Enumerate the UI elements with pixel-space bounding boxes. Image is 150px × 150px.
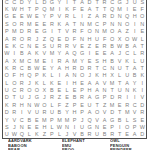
grid-cell: Z bbox=[63, 101, 71, 108]
grid-cell: J bbox=[26, 94, 34, 101]
grid-cell: A bbox=[86, 94, 94, 101]
word-search-board: CCDYLDGYITADTRCGJUSKWHTPQMIKFEATTQMIEFGE… bbox=[2, 0, 147, 139]
grid-cell: O bbox=[41, 101, 49, 108]
grid-cell: H bbox=[18, 72, 26, 79]
grid-cell: B bbox=[26, 64, 34, 71]
word-list-item: REINDEER bbox=[110, 147, 150, 150]
grid-cell: O bbox=[123, 35, 131, 42]
grid-cell: M bbox=[86, 20, 94, 27]
grid-cell: D bbox=[63, 35, 71, 42]
grid-cell: V bbox=[116, 57, 124, 64]
grid-cell: M bbox=[18, 57, 26, 64]
grid-cell: A bbox=[63, 50, 71, 57]
grid-cell: M bbox=[116, 5, 124, 12]
grid-cell: B bbox=[108, 57, 116, 64]
grid-cell: P bbox=[131, 123, 139, 130]
grid-cell: E bbox=[41, 64, 49, 71]
grid-cell: N bbox=[93, 123, 101, 130]
grid-cell: Y bbox=[131, 79, 139, 86]
grid-cell: W bbox=[116, 42, 124, 49]
grid-cell: K bbox=[3, 5, 11, 12]
grid-cell: R bbox=[56, 57, 64, 64]
grid-cell: M bbox=[101, 27, 109, 34]
grid-cell: R bbox=[41, 109, 49, 116]
grid-cell: T bbox=[123, 64, 131, 71]
grid-cell: K bbox=[138, 72, 146, 79]
grid-cell: N bbox=[116, 20, 124, 27]
grid-cell: F bbox=[138, 5, 146, 12]
grid-cell: L bbox=[3, 79, 11, 86]
grid-cell: Q bbox=[26, 72, 34, 79]
grid-cell: C bbox=[18, 42, 26, 49]
grid-cell: W bbox=[11, 131, 19, 138]
grid-cell: I bbox=[131, 94, 139, 101]
grid-cell: Z bbox=[86, 13, 94, 20]
grid-cell: E bbox=[41, 20, 49, 27]
grid-cell: A bbox=[63, 72, 71, 79]
grid-cell: U bbox=[86, 101, 94, 108]
grid-cell: W bbox=[56, 123, 64, 130]
grid-cell: K bbox=[3, 101, 11, 108]
grid-cell: P bbox=[101, 94, 109, 101]
grid-cell: V bbox=[101, 79, 109, 86]
grid-cell: I bbox=[78, 13, 86, 20]
grid-cell: B bbox=[78, 131, 86, 138]
grid-cell: P bbox=[71, 101, 79, 108]
grid-cell: U bbox=[116, 64, 124, 71]
grid-cell: O bbox=[18, 35, 26, 42]
grid-cell: E bbox=[86, 57, 94, 64]
grid-cell: H bbox=[18, 5, 26, 12]
grid-cell: E bbox=[26, 123, 34, 130]
grid-cell: C bbox=[11, 86, 19, 93]
grid-cell: T bbox=[71, 20, 79, 27]
grid-cell: L bbox=[71, 13, 79, 20]
grid-cell: N bbox=[101, 86, 109, 93]
grid-cell: P bbox=[33, 5, 41, 12]
grid-cell: S bbox=[93, 57, 101, 64]
grid-cell: M bbox=[11, 27, 19, 34]
grid-cell: K bbox=[33, 131, 41, 138]
grid-cell: D bbox=[3, 94, 11, 101]
grid-cell: A bbox=[86, 109, 94, 116]
grid-cell: Y bbox=[56, 50, 64, 57]
grid-cell: N bbox=[93, 27, 101, 34]
grid-cell: T bbox=[93, 64, 101, 71]
grid-cell: R bbox=[18, 20, 26, 27]
grid-cell: Y bbox=[3, 116, 11, 123]
grid-cell: L bbox=[48, 101, 56, 108]
grid-cell: K bbox=[41, 72, 49, 79]
grid-cell: Q bbox=[71, 50, 79, 57]
grid-cell: D bbox=[108, 94, 116, 101]
grid-cell: D bbox=[138, 101, 146, 108]
grid-cell: O bbox=[123, 20, 131, 27]
grid-cell: C bbox=[101, 64, 109, 71]
grid-cell: L bbox=[131, 57, 139, 64]
grid-cell: L bbox=[116, 72, 124, 79]
grid-cell: Z bbox=[86, 42, 94, 49]
grid-cell: M bbox=[108, 79, 116, 86]
grid-cell: F bbox=[101, 35, 109, 42]
grid-cell: A bbox=[93, 86, 101, 93]
grid-cell: D bbox=[108, 13, 116, 20]
grid-cell: E bbox=[33, 42, 41, 49]
grid-cell: C bbox=[26, 57, 34, 64]
grid-cell: C bbox=[93, 20, 101, 27]
grid-cell: T bbox=[138, 64, 146, 71]
grid-cell: A bbox=[131, 42, 139, 49]
grid-cell: I bbox=[11, 50, 19, 57]
grid-cell: Y bbox=[63, 109, 71, 116]
grid-cell: U bbox=[18, 94, 26, 101]
grid-cell: Y bbox=[78, 57, 86, 64]
grid-cell: E bbox=[33, 20, 41, 27]
grid-cell: R bbox=[18, 79, 26, 86]
grid-cell: U bbox=[93, 35, 101, 42]
grid-cell: B bbox=[116, 116, 124, 123]
grid-cell: U bbox=[123, 72, 131, 79]
grid-cell: E bbox=[101, 123, 109, 130]
grid-cell: R bbox=[48, 94, 56, 101]
grid-cell: A bbox=[108, 50, 116, 57]
grid-cell: G bbox=[33, 94, 41, 101]
grid-cell: O bbox=[86, 27, 94, 34]
grid-cell: A bbox=[86, 5, 94, 12]
grid-cell: B bbox=[131, 72, 139, 79]
grid-cell: C bbox=[18, 64, 26, 71]
grid-cell: N bbox=[123, 86, 131, 93]
grid-cell: D bbox=[3, 109, 11, 116]
grid-cell: F bbox=[78, 27, 86, 34]
grid-cell: R bbox=[71, 64, 79, 71]
grid-cell: E bbox=[33, 116, 41, 123]
grid-cell: E bbox=[63, 94, 71, 101]
grid-cell: V bbox=[11, 116, 19, 123]
grid-cell: V bbox=[71, 131, 79, 138]
grid-cell: P bbox=[48, 131, 56, 138]
grid-cell: U bbox=[48, 109, 56, 116]
grid-cell: I bbox=[131, 27, 139, 34]
word-search-page: CCDYLDGYITADTRCGJUSKWHTPQMIKFEATTQMIEFGE… bbox=[0, 0, 150, 150]
grid-cell: R bbox=[26, 35, 34, 42]
grid-cell: W bbox=[138, 123, 146, 130]
grid-cell: A bbox=[63, 20, 71, 27]
grid-cell: V bbox=[101, 109, 109, 116]
grid-cell: G bbox=[108, 116, 116, 123]
grid-cell: T bbox=[93, 5, 101, 12]
grid-cell: M bbox=[123, 109, 131, 116]
grid-cell: E bbox=[33, 123, 41, 130]
grid-cell: P bbox=[108, 123, 116, 130]
grid-cell: F bbox=[56, 101, 64, 108]
grid-cell: G bbox=[86, 123, 94, 130]
grid-cell: T bbox=[93, 101, 101, 108]
grid-cell: M bbox=[48, 50, 56, 57]
grid-cell: O bbox=[108, 27, 116, 34]
grid-cell: K bbox=[3, 64, 11, 71]
grid-cell: R bbox=[11, 64, 19, 71]
grid-cell: B bbox=[48, 86, 56, 93]
grid-cell: A bbox=[101, 116, 109, 123]
grid-cell: W bbox=[33, 101, 41, 108]
grid-cell: B bbox=[56, 109, 64, 116]
grid-cell: E bbox=[78, 79, 86, 86]
grid-cell: W bbox=[11, 5, 19, 12]
grid-cell: Z bbox=[41, 35, 49, 42]
grid-cell: B bbox=[108, 42, 116, 49]
grid-cell: R bbox=[63, 13, 71, 20]
grid-cell: Z bbox=[123, 27, 131, 34]
grid-cell: E bbox=[78, 42, 86, 49]
grid-cell: R bbox=[108, 131, 116, 138]
grid-cell: R bbox=[138, 50, 146, 57]
grid-cell: N bbox=[138, 20, 146, 27]
grid-cell: M bbox=[108, 101, 116, 108]
grid-cell: T bbox=[11, 94, 19, 101]
grid-cell: P bbox=[48, 116, 56, 123]
grid-cell: N bbox=[108, 64, 116, 71]
grid-cell: Q bbox=[108, 5, 116, 12]
grid-cell: H bbox=[131, 13, 139, 20]
grid-cell: N bbox=[116, 13, 124, 20]
grid-cell: Z bbox=[56, 94, 64, 101]
grid-cell: M bbox=[63, 116, 71, 123]
grid-cell: J bbox=[11, 123, 19, 130]
grid-cell: T bbox=[138, 42, 146, 49]
grid-cell: Q bbox=[48, 35, 56, 42]
grid-cell: A bbox=[86, 79, 94, 86]
grid-cell: J bbox=[116, 50, 124, 57]
grid-cell: N bbox=[71, 72, 79, 79]
grid-cell: Q bbox=[86, 116, 94, 123]
grid-cell: E bbox=[71, 86, 79, 93]
grid-cell: W bbox=[33, 64, 41, 71]
grid-cell: V bbox=[63, 27, 71, 34]
grid-cell: X bbox=[108, 72, 116, 79]
grid-cell: A bbox=[3, 57, 11, 64]
grid-cell: K bbox=[56, 20, 64, 27]
grid-cell: V bbox=[26, 109, 34, 116]
grid-cell: U bbox=[78, 123, 86, 130]
grid-cell: P bbox=[3, 27, 11, 34]
grid-cell: K bbox=[48, 79, 56, 86]
grid-cell: S bbox=[3, 20, 11, 27]
grid-cell: K bbox=[11, 42, 19, 49]
grid-cell: R bbox=[86, 131, 94, 138]
grid-cell: A bbox=[93, 13, 101, 20]
grid-cell: I bbox=[138, 79, 146, 86]
grid-cell: G bbox=[93, 94, 101, 101]
grid-cell: C bbox=[18, 116, 26, 123]
grid-cell: M bbox=[71, 57, 79, 64]
grid-cell: H bbox=[41, 123, 49, 130]
grid-cell: J bbox=[63, 131, 71, 138]
grid-cell: H bbox=[71, 79, 79, 86]
grid-cell: A bbox=[26, 50, 34, 57]
grid-cell: U bbox=[48, 42, 56, 49]
grid-cell: V bbox=[71, 42, 79, 49]
grid-cell: R bbox=[123, 101, 131, 108]
grid-cell: P bbox=[78, 109, 86, 116]
grid-cell: J bbox=[41, 94, 49, 101]
grid-cell: E bbox=[3, 42, 11, 49]
grid-cell: E bbox=[93, 50, 101, 57]
grid-cell: S bbox=[41, 42, 49, 49]
grid-cell: Q bbox=[41, 5, 49, 12]
grid-cell: A bbox=[116, 27, 124, 34]
grid-cell: F bbox=[11, 72, 19, 79]
grid-cell: I bbox=[86, 50, 94, 57]
grid-cell: S bbox=[131, 116, 139, 123]
grid-cell: I bbox=[18, 109, 26, 116]
grid-cell: H bbox=[18, 101, 26, 108]
grid-cell: I bbox=[123, 5, 131, 12]
grid-cell: R bbox=[63, 42, 71, 49]
grid-cell: H bbox=[63, 64, 71, 71]
grid-cell: I bbox=[131, 20, 139, 27]
grid-cell: H bbox=[86, 86, 94, 93]
grid-cell: U bbox=[138, 57, 146, 64]
grid-cell: R bbox=[101, 42, 109, 49]
grid-cell: Z bbox=[41, 131, 49, 138]
grid-cell: I bbox=[138, 86, 146, 93]
grid-cell: T bbox=[26, 5, 34, 12]
grid-cell: M bbox=[56, 116, 64, 123]
grid-cell: I bbox=[56, 5, 64, 12]
grid-cell: B bbox=[26, 116, 34, 123]
grid-cell: M bbox=[41, 116, 49, 123]
grid-cell: V bbox=[41, 50, 49, 57]
grid-cell: K bbox=[33, 79, 41, 86]
grid-cell: L bbox=[48, 123, 56, 130]
grid-cell: D bbox=[18, 27, 26, 34]
grid-cell: O bbox=[26, 86, 34, 93]
grid-cell: R bbox=[11, 35, 19, 42]
grid-cell: T bbox=[116, 109, 124, 116]
grid-cell: E bbox=[18, 13, 26, 20]
grid-cell: E bbox=[123, 131, 131, 138]
grid-cell: K bbox=[93, 72, 101, 79]
grid-cell: E bbox=[33, 27, 41, 34]
grid-cell: E bbox=[41, 57, 49, 64]
grid-cell: Y bbox=[48, 64, 56, 71]
grid-cell: P bbox=[101, 20, 109, 27]
grid-cell: D bbox=[108, 109, 116, 116]
grid-cell: U bbox=[93, 131, 101, 138]
grid-cell: Z bbox=[101, 101, 109, 108]
grid-cell: X bbox=[41, 86, 49, 93]
grid-cell: E bbox=[11, 13, 19, 20]
grid-cell: E bbox=[56, 79, 64, 86]
grid-cell: N bbox=[26, 42, 34, 49]
grid-cell: M bbox=[26, 20, 34, 27]
grid-cell: L bbox=[63, 86, 71, 93]
grid-cell: J bbox=[86, 72, 94, 79]
grid-cell: P bbox=[33, 72, 41, 79]
grid-cell: R bbox=[86, 64, 94, 71]
grid-cell: E bbox=[116, 101, 124, 108]
letter-grid: CCDYLDGYITADTRCGJUSKWHTPQMIKFEATTQMIEFGE… bbox=[3, 0, 146, 138]
grid-cell: A bbox=[123, 79, 131, 86]
grid-cell: N bbox=[108, 20, 116, 27]
grid-cell: O bbox=[33, 86, 41, 93]
grid-cell: V bbox=[56, 13, 64, 20]
grid-cell: H bbox=[101, 57, 109, 64]
grid-cell: L bbox=[123, 116, 131, 123]
grid-cell: L bbox=[138, 35, 146, 42]
grid-cell: W bbox=[3, 50, 11, 57]
grid-cell: S bbox=[3, 123, 11, 130]
grid-cell: M bbox=[33, 57, 41, 64]
grid-cell: L bbox=[41, 79, 49, 86]
grid-cell: D bbox=[78, 64, 86, 71]
grid-cell: R bbox=[71, 27, 79, 34]
grid-cell: E bbox=[138, 116, 146, 123]
grid-cell: I bbox=[48, 57, 56, 64]
grid-cell: N bbox=[26, 101, 34, 108]
grid-cell: I bbox=[116, 123, 124, 130]
grid-cell: L bbox=[131, 50, 139, 57]
grid-cell: P bbox=[78, 86, 86, 93]
grid-cell: T bbox=[56, 27, 64, 34]
grid-cell: L bbox=[48, 72, 56, 79]
grid-cell: T bbox=[116, 131, 124, 138]
grid-cell: J bbox=[78, 116, 86, 123]
grid-cell: B bbox=[71, 94, 79, 101]
grid-cell: U bbox=[33, 109, 41, 116]
grid-cell: R bbox=[11, 101, 19, 108]
grid-cell: Y bbox=[41, 13, 49, 20]
grid-cell: Q bbox=[123, 13, 131, 20]
grid-cell: A bbox=[56, 64, 64, 71]
grid-cell: F bbox=[71, 5, 79, 12]
grid-cell: R bbox=[56, 42, 64, 49]
grid-cell: P bbox=[71, 116, 79, 123]
grid-cell: I bbox=[63, 79, 71, 86]
grid-cell: J bbox=[26, 79, 34, 86]
grid-cell: R bbox=[116, 94, 124, 101]
grid-cell: I bbox=[71, 123, 79, 130]
grid-cell: U bbox=[3, 86, 11, 93]
grid-cell: C bbox=[123, 50, 131, 57]
grid-cell: L bbox=[26, 131, 34, 138]
grid-cell: V bbox=[93, 116, 101, 123]
grid-cell: O bbox=[108, 35, 116, 42]
grid-cell: I bbox=[123, 94, 131, 101]
grid-cell: E bbox=[138, 27, 146, 34]
grid-cell: O bbox=[138, 13, 146, 20]
grid-cell: E bbox=[78, 101, 86, 108]
grid-cell: D bbox=[138, 131, 146, 138]
grid-cell: G bbox=[78, 50, 86, 57]
grid-cell: E bbox=[56, 35, 64, 42]
grid-cell: N bbox=[78, 35, 86, 42]
grid-cell: E bbox=[56, 86, 64, 93]
grid-cell: O bbox=[93, 109, 101, 116]
grid-cell: N bbox=[78, 20, 86, 27]
grid-cell: R bbox=[138, 109, 146, 116]
grid-cell: M bbox=[48, 5, 56, 12]
grid-cell: F bbox=[71, 35, 79, 42]
grid-cell: G bbox=[3, 13, 11, 20]
grid-cell: E bbox=[93, 42, 101, 49]
grid-cell: U bbox=[116, 86, 124, 93]
grid-cell: N bbox=[63, 123, 71, 130]
grid-cell: H bbox=[71, 109, 79, 116]
grid-cell: K bbox=[63, 5, 71, 12]
grid-cell: A bbox=[63, 57, 71, 64]
